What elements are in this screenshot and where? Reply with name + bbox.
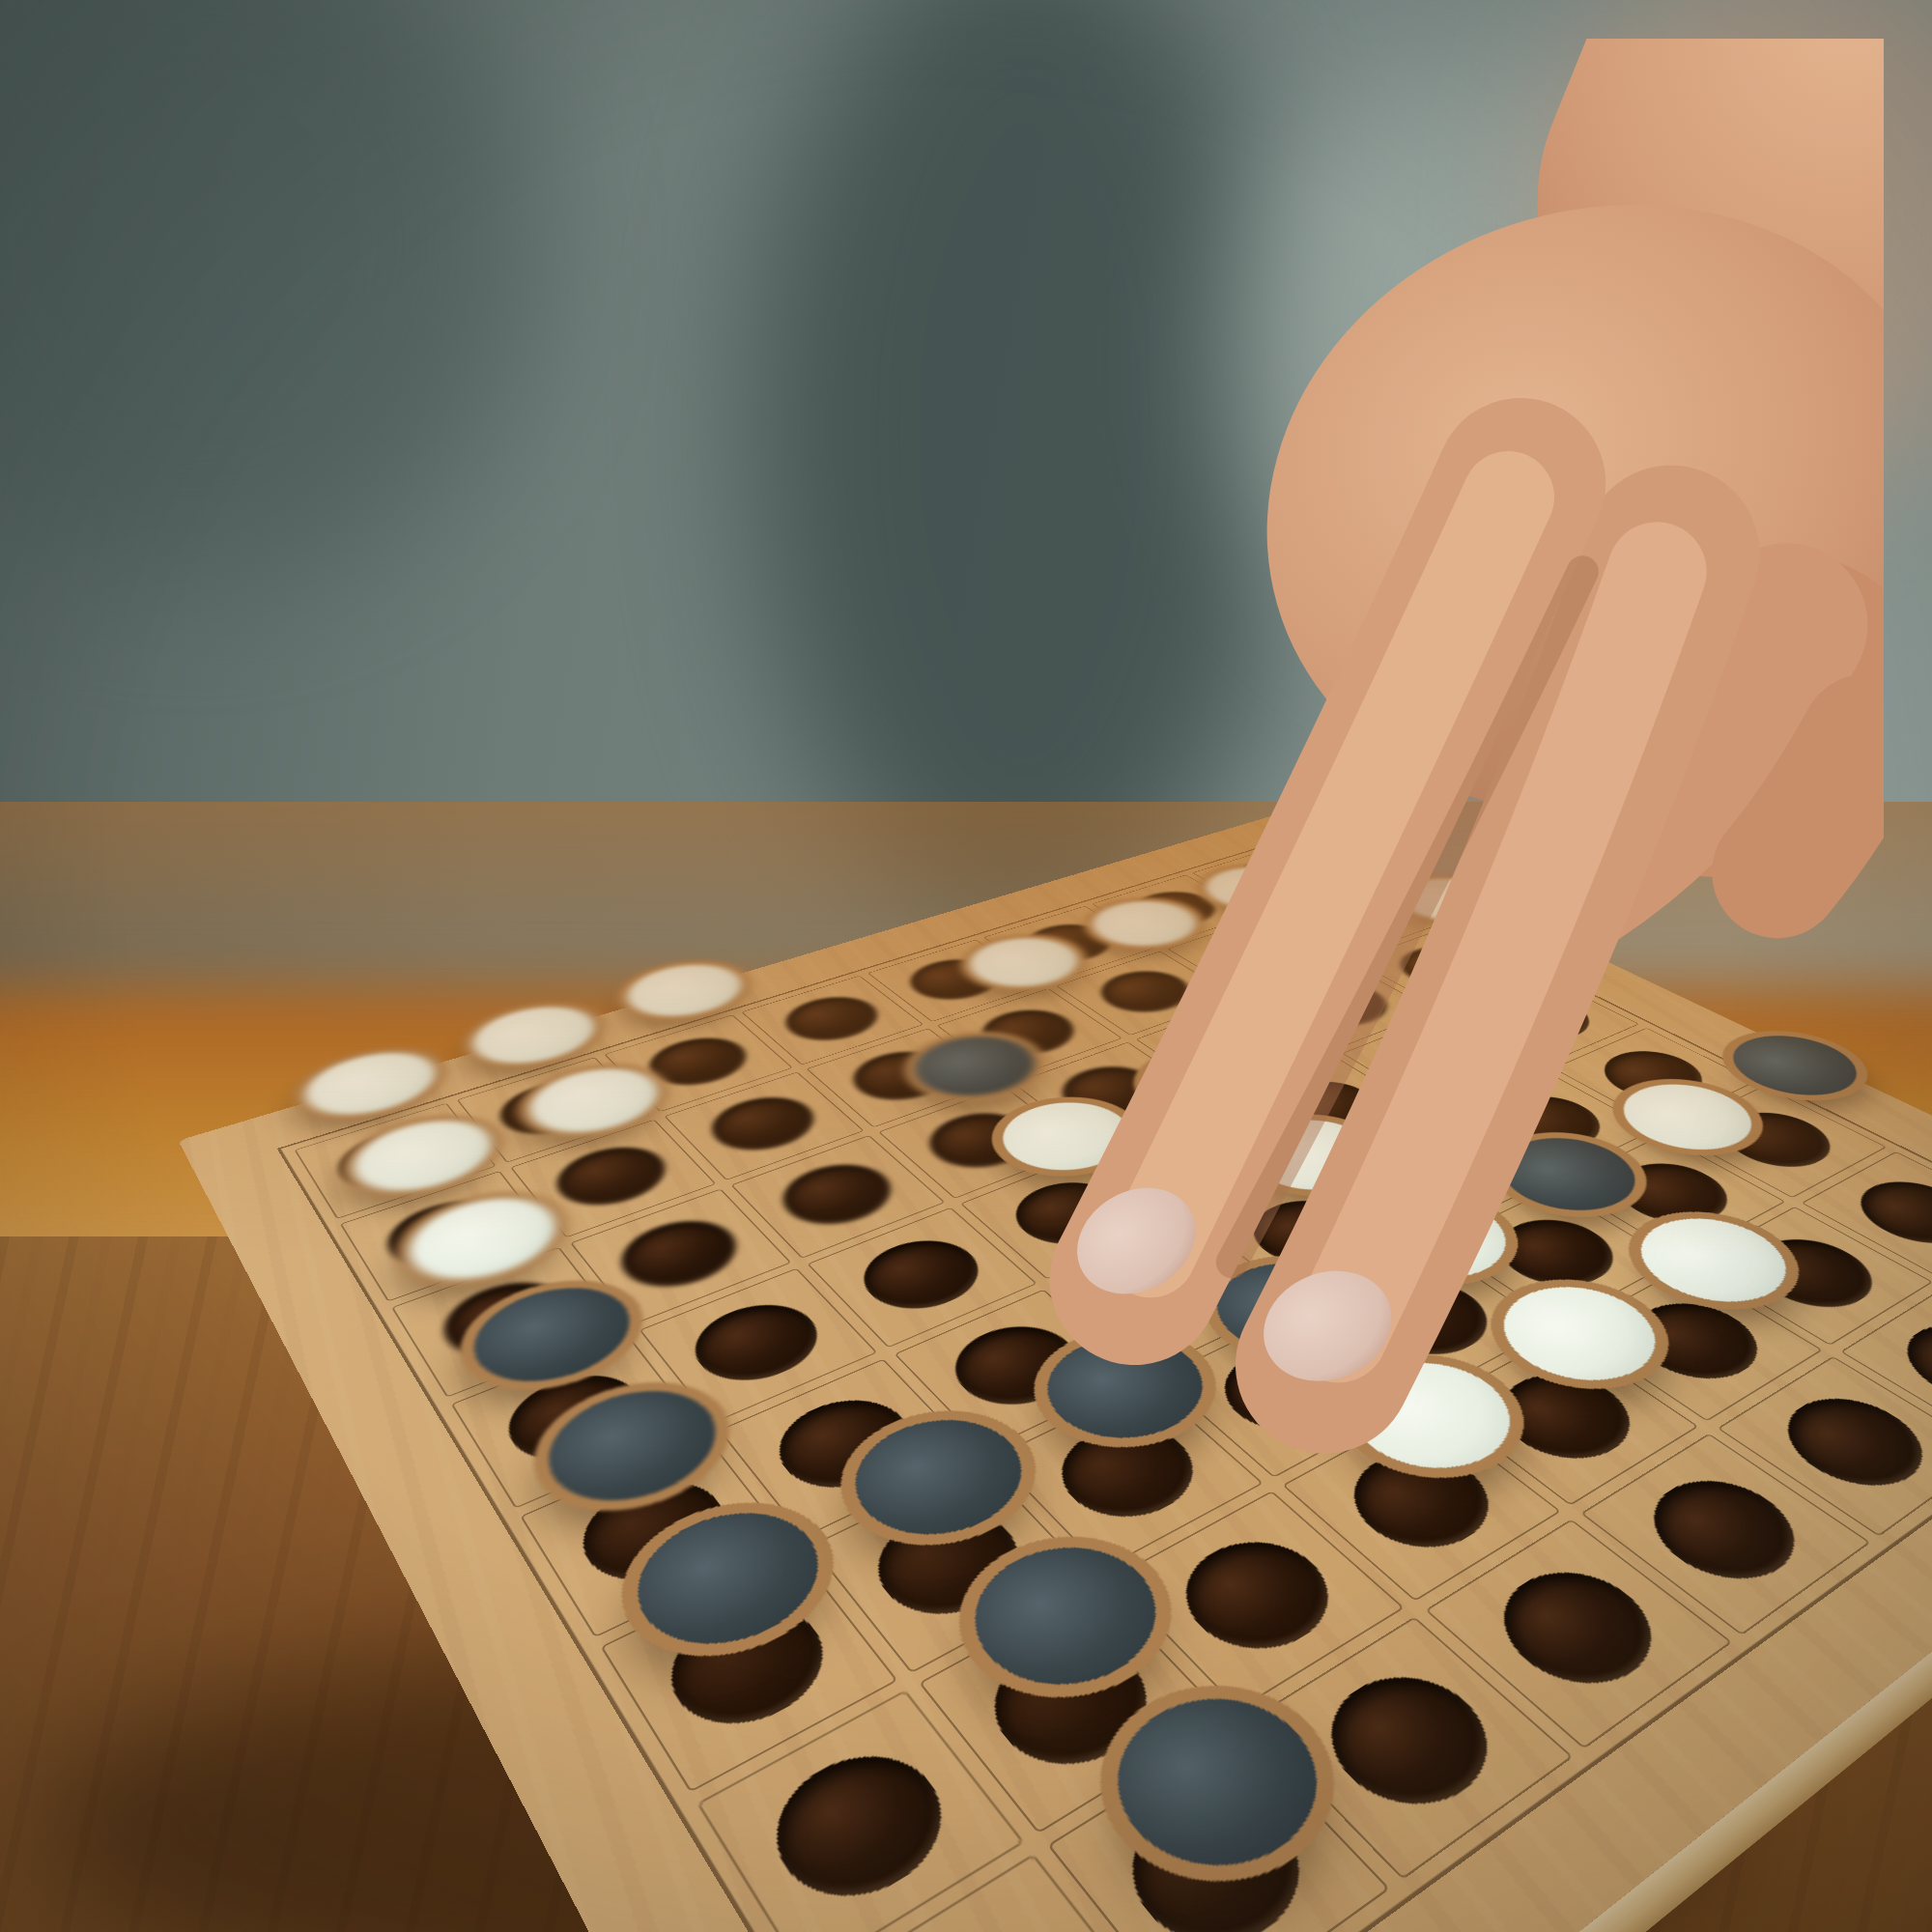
hole-c8 [1300, 1655, 1520, 1832]
hand [821, 39, 1884, 1459]
white-peg-a3[interactable] [391, 1184, 576, 1296]
hole-a7 [749, 1731, 970, 1925]
hole-a8 [871, 1904, 1119, 1932]
pinky-finger [1777, 740, 1866, 873]
hole-b3 [606, 1208, 755, 1300]
hole-c7 [1158, 1522, 1357, 1670]
hole-b4 [676, 1291, 838, 1396]
hole-b2 [543, 1137, 683, 1217]
hole-c2 [696, 1088, 832, 1161]
hole-e8 [1627, 1463, 1823, 1599]
hole-d8 [1474, 1553, 1681, 1708]
